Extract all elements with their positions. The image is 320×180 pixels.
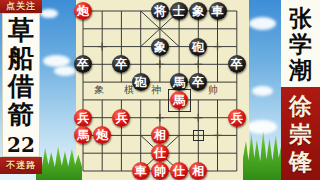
vertical-char: 张 (289, 6, 312, 29)
vertical-char: 学 (289, 32, 312, 55)
vertical-char: 锋 (289, 150, 312, 173)
episode-number: 22 (7, 135, 35, 155)
xiangqi-board: 象棋神帅炮将士象車象砲卒卒卒砲馬卒馬兵兵兵馬炮相仕車帥仕相 (76, 0, 249, 180)
title-strip: 草船借箭 22 (2, 13, 40, 157)
cloud (54, 66, 76, 76)
piece-red-兵[interactable]: 兵 (74, 109, 92, 127)
piece-black-将[interactable]: 将 (151, 2, 169, 20)
piece-red-仕[interactable]: 仕 (170, 162, 188, 180)
video-title: 草船借箭 (8, 16, 34, 128)
video-thumbnail: 象棋神帅炮将士象車象砲卒卒卒砲馬卒馬兵兵兵馬炮相仕車帥仕相 点关注 草船借箭 2… (0, 0, 320, 180)
piece-black-士[interactable]: 士 (170, 2, 188, 20)
cloud (249, 17, 276, 30)
banner-dont-get-lost: 不迷路 (0, 157, 42, 174)
banner-follow: 点关注 (0, 0, 42, 13)
cloud (40, 9, 58, 18)
vertical-char: 潮 (289, 58, 312, 81)
vertical-char: 草 (8, 16, 34, 44)
piece-black-象[interactable]: 象 (151, 38, 169, 56)
vertical-char: 箭 (8, 100, 34, 128)
piece-black-砲[interactable]: 砲 (132, 73, 150, 91)
piece-red-炮[interactable]: 炮 (74, 2, 92, 20)
piece-black-砲[interactable]: 砲 (189, 38, 207, 56)
cloud (252, 86, 273, 96)
piece-red-仕[interactable]: 仕 (151, 144, 169, 162)
piece-red-車[interactable]: 車 (132, 162, 150, 180)
last-move-origin-marker (193, 130, 204, 141)
piece-black-車[interactable]: 車 (209, 2, 227, 20)
left-panel: 点关注 草船借箭 22 不迷路 (0, 0, 42, 180)
piece-red-馬[interactable]: 馬 (170, 91, 188, 109)
river-text-char: 帅 (208, 83, 218, 97)
vertical-char: 船 (8, 44, 34, 72)
right-panel: 张学潮 徐崇锋 (281, 0, 320, 180)
piece-red-帥[interactable]: 帥 (151, 162, 169, 180)
river-text-char: 象 (94, 83, 104, 97)
player-name-top: 张学潮 (281, 0, 320, 87)
vertical-char: 徐 (289, 94, 312, 117)
piece-black-卒[interactable]: 卒 (228, 55, 246, 73)
player-name-bottom: 徐崇锋 (281, 87, 320, 180)
vertical-char: 崇 (289, 122, 312, 145)
piece-red-兵[interactable]: 兵 (228, 109, 246, 127)
piece-red-兵[interactable]: 兵 (112, 109, 130, 127)
vertical-char: 借 (8, 72, 34, 100)
river-text-char: 神 (151, 83, 161, 97)
cloud (247, 120, 277, 134)
